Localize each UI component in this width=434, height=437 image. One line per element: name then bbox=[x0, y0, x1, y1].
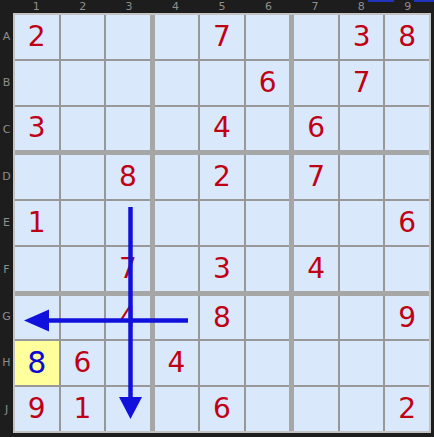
cell-G3[interactable]: 4 bbox=[106, 296, 150, 340]
cell-B8[interactable]: 7 bbox=[340, 61, 384, 105]
row-label-D: D bbox=[0, 153, 13, 200]
cell-B1[interactable] bbox=[15, 61, 59, 105]
cell-G9[interactable]: 9 bbox=[385, 296, 429, 340]
cell-F3[interactable]: 7 bbox=[106, 247, 150, 291]
sudoku-board: 237643876817237644869184692 bbox=[13, 13, 431, 433]
column-label-9: 9 bbox=[385, 0, 431, 13]
cell-E2[interactable] bbox=[61, 201, 105, 245]
cell-F2[interactable] bbox=[61, 247, 105, 291]
cell-C3[interactable] bbox=[106, 107, 150, 151]
cell-C2[interactable] bbox=[61, 107, 105, 151]
box-4: 23 bbox=[155, 155, 290, 290]
cell-F6[interactable] bbox=[246, 247, 290, 291]
cell-A8[interactable]: 3 bbox=[340, 15, 384, 59]
cell-H7[interactable] bbox=[294, 341, 338, 385]
cell-H2[interactable]: 6 bbox=[61, 341, 105, 385]
box-7: 846 bbox=[155, 296, 290, 431]
cell-H9[interactable] bbox=[385, 341, 429, 385]
cell-A3[interactable] bbox=[106, 15, 150, 59]
cell-A5[interactable]: 7 bbox=[200, 15, 244, 59]
cell-J8[interactable] bbox=[340, 387, 384, 431]
cell-G5[interactable]: 8 bbox=[200, 296, 244, 340]
cell-H4[interactable]: 4 bbox=[155, 341, 199, 385]
cell-H8[interactable] bbox=[340, 341, 384, 385]
cell-F1[interactable] bbox=[15, 247, 59, 291]
cell-E6[interactable] bbox=[246, 201, 290, 245]
row-label-B: B bbox=[0, 60, 13, 107]
column-label-7: 7 bbox=[292, 0, 338, 13]
row-label-C: C bbox=[0, 106, 13, 153]
cell-E7[interactable] bbox=[294, 201, 338, 245]
cell-E3[interactable] bbox=[106, 201, 150, 245]
cell-E9[interactable]: 6 bbox=[385, 201, 429, 245]
cell-D5[interactable]: 2 bbox=[200, 155, 244, 199]
row-label-E: E bbox=[0, 200, 13, 247]
cell-D9[interactable] bbox=[385, 155, 429, 199]
cell-E1[interactable]: 1 bbox=[15, 201, 59, 245]
cell-J7[interactable] bbox=[294, 387, 338, 431]
row-labels: ABCDEFGHJ bbox=[0, 13, 13, 433]
cell-D4[interactable] bbox=[155, 155, 199, 199]
cell-F7[interactable]: 4 bbox=[294, 247, 338, 291]
column-label-2: 2 bbox=[59, 0, 105, 13]
column-label-3: 3 bbox=[106, 0, 152, 13]
cell-C6[interactable] bbox=[246, 107, 290, 151]
box-5: 764 bbox=[294, 155, 429, 290]
cell-B2[interactable] bbox=[61, 61, 105, 105]
cell-B3[interactable] bbox=[106, 61, 150, 105]
cell-D7[interactable]: 7 bbox=[294, 155, 338, 199]
cell-D3[interactable]: 8 bbox=[106, 155, 150, 199]
cell-G4[interactable] bbox=[155, 296, 199, 340]
cell-D1[interactable] bbox=[15, 155, 59, 199]
cell-G2[interactable] bbox=[61, 296, 105, 340]
cell-A1[interactable]: 2 bbox=[15, 15, 59, 59]
cell-H3[interactable] bbox=[106, 341, 150, 385]
cell-H6[interactable] bbox=[246, 341, 290, 385]
column-label-8: 8 bbox=[338, 0, 384, 13]
cell-J1[interactable]: 9 bbox=[15, 387, 59, 431]
cell-D8[interactable] bbox=[340, 155, 384, 199]
column-label-1: 1 bbox=[13, 0, 59, 13]
cell-J6[interactable] bbox=[246, 387, 290, 431]
column-label-5: 5 bbox=[199, 0, 245, 13]
cell-H5[interactable] bbox=[200, 341, 244, 385]
cell-A2[interactable] bbox=[61, 15, 105, 59]
cell-C7[interactable]: 6 bbox=[294, 107, 338, 151]
cell-J3[interactable] bbox=[106, 387, 150, 431]
box-3: 817 bbox=[15, 155, 150, 290]
sudoku-app-window: 123456789 ABCDEFGHJ 23764387681723764486… bbox=[0, 0, 434, 437]
cell-D6[interactable] bbox=[246, 155, 290, 199]
cell-B6[interactable]: 6 bbox=[246, 61, 290, 105]
cell-E4[interactable] bbox=[155, 201, 199, 245]
cell-C5[interactable]: 4 bbox=[200, 107, 244, 151]
cell-G1[interactable] bbox=[15, 296, 59, 340]
row-label-H: H bbox=[0, 340, 13, 387]
cell-F5[interactable]: 3 bbox=[200, 247, 244, 291]
cell-B5[interactable] bbox=[200, 61, 244, 105]
column-label-6: 6 bbox=[245, 0, 291, 13]
cell-B7[interactable] bbox=[294, 61, 338, 105]
row-label-J: J bbox=[0, 386, 13, 433]
cell-J2[interactable]: 1 bbox=[61, 387, 105, 431]
box-1: 764 bbox=[155, 15, 290, 150]
cell-E8[interactable] bbox=[340, 201, 384, 245]
cell-G7[interactable] bbox=[294, 296, 338, 340]
cell-E5[interactable] bbox=[200, 201, 244, 245]
row-label-G: G bbox=[0, 293, 13, 340]
column-label-4: 4 bbox=[152, 0, 198, 13]
column-labels: 123456789 bbox=[13, 0, 431, 13]
cell-A4[interactable] bbox=[155, 15, 199, 59]
cell-F9[interactable] bbox=[385, 247, 429, 291]
cell-G6[interactable] bbox=[246, 296, 290, 340]
cell-J5[interactable]: 6 bbox=[200, 387, 244, 431]
cell-F8[interactable] bbox=[340, 247, 384, 291]
box-8: 92 bbox=[294, 296, 429, 431]
cell-C4[interactable] bbox=[155, 107, 199, 151]
cell-J9[interactable]: 2 bbox=[385, 387, 429, 431]
box-0: 23 bbox=[15, 15, 150, 150]
row-label-A: A bbox=[0, 13, 13, 60]
cell-D2[interactable] bbox=[61, 155, 105, 199]
cell-C9[interactable] bbox=[385, 107, 429, 151]
cell-F4[interactable] bbox=[155, 247, 199, 291]
cell-J4[interactable] bbox=[155, 387, 199, 431]
cell-A6[interactable] bbox=[246, 15, 290, 59]
cell-A9[interactable]: 8 bbox=[385, 15, 429, 59]
row-label-F: F bbox=[0, 246, 13, 293]
cell-C1[interactable]: 3 bbox=[15, 107, 59, 151]
box-6: 48691 bbox=[15, 296, 150, 431]
box-2: 3876 bbox=[294, 15, 429, 150]
cell-B9[interactable] bbox=[385, 61, 429, 105]
cell-C8[interactable] bbox=[340, 107, 384, 151]
cell-B4[interactable] bbox=[155, 61, 199, 105]
cell-H1[interactable]: 8 bbox=[15, 341, 59, 385]
cell-A7[interactable] bbox=[294, 15, 338, 59]
cell-G8[interactable] bbox=[340, 296, 384, 340]
